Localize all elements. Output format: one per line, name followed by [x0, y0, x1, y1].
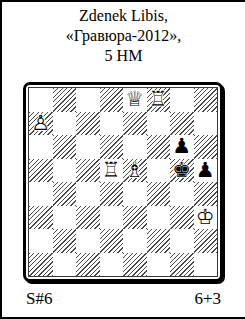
author-name: Zdenek Libis,	[2, 6, 245, 26]
square-d3	[100, 206, 124, 230]
square-g5: ♚	[170, 159, 194, 183]
square-f5	[147, 159, 171, 183]
square-h4	[194, 182, 218, 206]
square-g2	[170, 229, 194, 253]
caption-row: S#6 6+3	[26, 289, 221, 309]
square-e8: ♛♕	[123, 88, 147, 112]
piece-white-queen-fill: ♛	[123, 88, 147, 112]
square-g3	[170, 206, 194, 230]
square-e1	[123, 253, 147, 277]
square-d6	[100, 135, 124, 159]
square-h3: ♚♔	[194, 206, 218, 230]
square-c6	[76, 135, 100, 159]
material-count-label: 6+3	[194, 289, 221, 309]
square-c8	[76, 88, 100, 112]
square-b2	[53, 229, 77, 253]
square-b3	[53, 206, 77, 230]
square-b6	[53, 135, 77, 159]
square-f8: ♜♖	[147, 88, 171, 112]
square-b4	[53, 182, 77, 206]
square-a3	[29, 206, 53, 230]
square-a5	[29, 159, 53, 183]
square-a8	[29, 88, 53, 112]
square-f7	[147, 112, 171, 136]
square-d1	[100, 253, 124, 277]
square-f6	[147, 135, 171, 159]
piece-black-pawn: ♟	[194, 159, 218, 183]
square-a6	[29, 135, 53, 159]
piece-black-pawn: ♟	[170, 135, 194, 159]
board-frame: ♛♕♜♖♟♙♟♜♖♝♗♚♟♚♔	[23, 82, 223, 282]
square-f3	[147, 206, 171, 230]
square-e4	[123, 182, 147, 206]
square-c4	[76, 182, 100, 206]
square-e5: ♝♗	[123, 159, 147, 183]
square-c2	[76, 229, 100, 253]
square-f1	[147, 253, 171, 277]
piece-white-queen: ♕	[123, 88, 147, 112]
square-g7	[170, 112, 194, 136]
square-c1	[76, 253, 100, 277]
square-b1	[53, 253, 77, 277]
chessboard: ♛♕♜♖♟♙♟♜♖♝♗♚♟♚♔	[29, 88, 217, 276]
piece-white-pawn-fill: ♟	[29, 112, 53, 136]
square-h7	[194, 112, 218, 136]
square-e6	[123, 135, 147, 159]
square-d2	[100, 229, 124, 253]
square-h5: ♟	[194, 159, 218, 183]
piece-white-pawn: ♙	[29, 112, 53, 136]
square-g8	[170, 88, 194, 112]
square-a7: ♟♙	[29, 112, 53, 136]
square-h2	[194, 229, 218, 253]
piece-white-king: ♔	[194, 206, 218, 230]
square-d8	[100, 88, 124, 112]
problem-header: Zdenek Libis, «Гравюра-2012», 5 HM	[2, 6, 245, 66]
piece-white-rook: ♖	[100, 159, 124, 183]
stipulation-label: S#6	[26, 289, 52, 309]
square-a4	[29, 182, 53, 206]
square-e7	[123, 112, 147, 136]
piece-white-rook-fill: ♜	[147, 88, 171, 112]
square-g1	[170, 253, 194, 277]
piece-white-king-fill: ♚	[194, 206, 218, 230]
problem-diagram-page: Zdenek Libis, «Гравюра-2012», 5 HM ♛♕♜♖♟…	[0, 0, 245, 319]
square-e3	[123, 206, 147, 230]
square-f4	[147, 182, 171, 206]
square-c5	[76, 159, 100, 183]
square-a2	[29, 229, 53, 253]
square-d5: ♜♖	[100, 159, 124, 183]
square-g6: ♟	[170, 135, 194, 159]
piece-black-king: ♚	[170, 159, 194, 183]
square-b8	[53, 88, 77, 112]
award-label: 5 HM	[2, 46, 245, 66]
square-c3	[76, 206, 100, 230]
board-inner-frame: ♛♕♜♖♟♙♟♜♖♝♗♚♟♚♔	[28, 87, 218, 277]
piece-white-rook-fill: ♜	[100, 159, 124, 183]
piece-white-bishop-fill: ♝	[123, 159, 147, 183]
square-h6	[194, 135, 218, 159]
square-d4	[100, 182, 124, 206]
tourney-name: «Гравюра-2012»,	[2, 26, 245, 46]
square-b5	[53, 159, 77, 183]
square-e2	[123, 229, 147, 253]
square-a1	[29, 253, 53, 277]
piece-white-rook: ♖	[147, 88, 171, 112]
square-b7	[53, 112, 77, 136]
square-f2	[147, 229, 171, 253]
square-d7	[100, 112, 124, 136]
square-c7	[76, 112, 100, 136]
piece-white-bishop: ♗	[123, 159, 147, 183]
square-g4	[170, 182, 194, 206]
square-h8	[194, 88, 218, 112]
square-h1	[194, 253, 218, 277]
